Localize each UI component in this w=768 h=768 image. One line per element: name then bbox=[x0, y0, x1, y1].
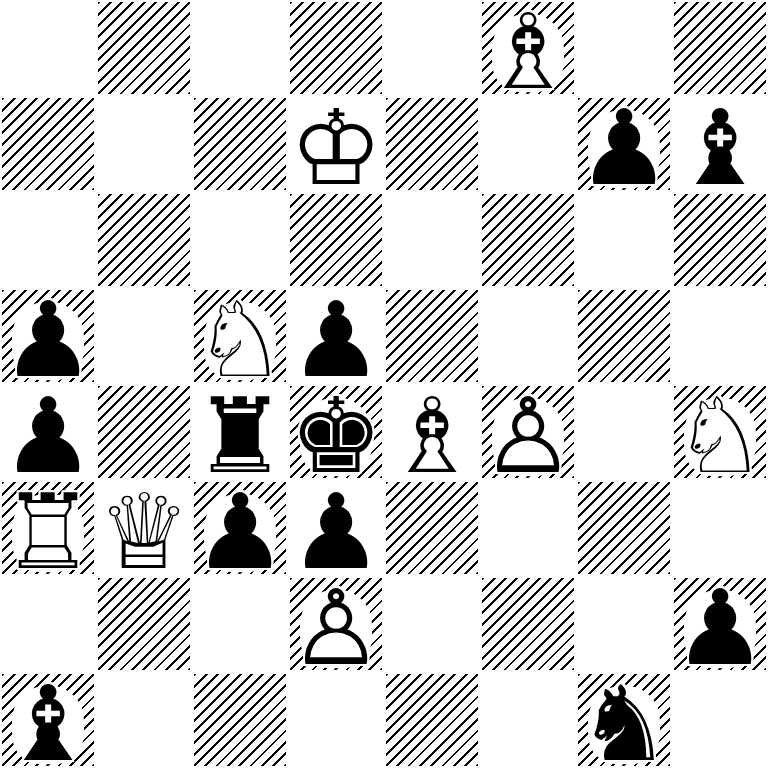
piece-white-king-d7[interactable]: ♔ bbox=[289, 100, 382, 196]
square-h7[interactable]: ♝ bbox=[672, 96, 768, 192]
square-a4[interactable]: ♟ bbox=[0, 384, 96, 480]
square-e4[interactable]: ♗ bbox=[384, 384, 480, 480]
piece-black-pawn-d3[interactable]: ♟ bbox=[289, 484, 382, 580]
square-h5[interactable] bbox=[672, 288, 768, 384]
square-f6[interactable] bbox=[480, 192, 576, 288]
square-e8[interactable] bbox=[384, 0, 480, 96]
piece-black-pawn-a4[interactable]: ♟ bbox=[1, 388, 94, 484]
square-g8[interactable] bbox=[576, 0, 672, 96]
piece-white-knight-c5[interactable]: ♘ bbox=[193, 292, 286, 388]
square-f2[interactable] bbox=[480, 576, 576, 672]
square-h2[interactable]: ♟ bbox=[672, 576, 768, 672]
square-b1[interactable] bbox=[96, 672, 192, 768]
square-g5[interactable] bbox=[576, 288, 672, 384]
square-d3[interactable]: ♟ bbox=[288, 480, 384, 576]
square-d4[interactable]: ♚ bbox=[288, 384, 384, 480]
piece-black-pawn-h2[interactable]: ♟ bbox=[673, 580, 766, 676]
square-e1[interactable] bbox=[384, 672, 480, 768]
piece-white-pawn-f4[interactable]: ♙ bbox=[481, 388, 574, 484]
piece-black-pawn-d5[interactable]: ♟ bbox=[289, 292, 382, 388]
square-e7[interactable] bbox=[384, 96, 480, 192]
square-h4[interactable]: ♘ bbox=[672, 384, 768, 480]
square-c6[interactable] bbox=[192, 192, 288, 288]
square-c4[interactable]: ♜ bbox=[192, 384, 288, 480]
chess-board: ♗♔♟♝♟♘♟♟♜♚♗♙♘♖♕♟♟♙♟♝♞ bbox=[0, 0, 768, 768]
piece-white-pawn-d2[interactable]: ♙ bbox=[289, 580, 382, 676]
piece-black-bishop-h7[interactable]: ♝ bbox=[673, 100, 766, 196]
square-f5[interactable] bbox=[480, 288, 576, 384]
square-b6[interactable] bbox=[96, 192, 192, 288]
piece-white-rook-a3[interactable]: ♖ bbox=[1, 484, 94, 580]
square-c5[interactable]: ♘ bbox=[192, 288, 288, 384]
square-f4[interactable]: ♙ bbox=[480, 384, 576, 480]
square-c1[interactable] bbox=[192, 672, 288, 768]
piece-black-king-d4[interactable]: ♚ bbox=[289, 388, 382, 484]
square-d5[interactable]: ♟ bbox=[288, 288, 384, 384]
piece-black-rook-c4[interactable]: ♜ bbox=[193, 388, 286, 484]
square-c8[interactable] bbox=[192, 0, 288, 96]
piece-white-knight-h4[interactable]: ♘ bbox=[673, 388, 766, 484]
square-b8[interactable] bbox=[96, 0, 192, 96]
piece-black-knight-g1[interactable]: ♞ bbox=[577, 676, 670, 768]
square-h8[interactable] bbox=[672, 0, 768, 96]
piece-black-pawn-c3[interactable]: ♟ bbox=[193, 484, 286, 580]
square-g4[interactable] bbox=[576, 384, 672, 480]
piece-black-pawn-a5[interactable]: ♟ bbox=[1, 292, 94, 388]
square-e5[interactable] bbox=[384, 288, 480, 384]
square-g7[interactable]: ♟ bbox=[576, 96, 672, 192]
square-e2[interactable] bbox=[384, 576, 480, 672]
square-d2[interactable]: ♙ bbox=[288, 576, 384, 672]
square-g1[interactable]: ♞ bbox=[576, 672, 672, 768]
square-d8[interactable] bbox=[288, 0, 384, 96]
square-g2[interactable] bbox=[576, 576, 672, 672]
piece-black-pawn-g7[interactable]: ♟ bbox=[577, 100, 670, 196]
square-f8[interactable]: ♗ bbox=[480, 0, 576, 96]
square-b7[interactable] bbox=[96, 96, 192, 192]
square-a5[interactable]: ♟ bbox=[0, 288, 96, 384]
square-a1[interactable]: ♝ bbox=[0, 672, 96, 768]
piece-white-bishop-e4[interactable]: ♗ bbox=[385, 388, 478, 484]
square-g3[interactable] bbox=[576, 480, 672, 576]
square-f1[interactable] bbox=[480, 672, 576, 768]
square-e6[interactable] bbox=[384, 192, 480, 288]
square-d7[interactable]: ♔ bbox=[288, 96, 384, 192]
square-a3[interactable]: ♖ bbox=[0, 480, 96, 576]
square-a7[interactable] bbox=[0, 96, 96, 192]
square-b3[interactable]: ♕ bbox=[96, 480, 192, 576]
piece-white-queen-b3[interactable]: ♕ bbox=[97, 484, 190, 580]
square-b5[interactable] bbox=[96, 288, 192, 384]
square-a6[interactable] bbox=[0, 192, 96, 288]
piece-white-bishop-f8[interactable]: ♗ bbox=[481, 4, 574, 100]
square-c7[interactable] bbox=[192, 96, 288, 192]
square-c3[interactable]: ♟ bbox=[192, 480, 288, 576]
piece-black-bishop-a1[interactable]: ♝ bbox=[1, 676, 94, 768]
square-a8[interactable] bbox=[0, 0, 96, 96]
square-b4[interactable] bbox=[96, 384, 192, 480]
